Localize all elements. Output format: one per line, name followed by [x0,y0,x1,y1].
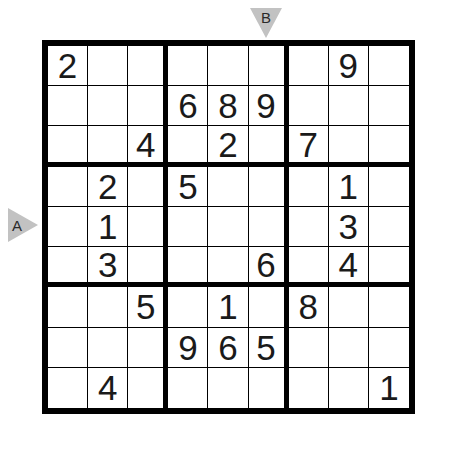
cell-r2c6-given[interactable]: 9 [249,86,289,126]
cell-r7c6[interactable] [249,287,289,327]
cell-r3c9[interactable] [369,126,409,166]
cell-r2c8[interactable] [329,86,369,126]
cell-r4c5[interactable] [208,167,248,207]
row-marker-a: A [8,208,38,242]
cell-r7c2[interactable] [88,287,128,327]
cell-r4c6[interactable] [249,167,289,207]
cell-r2c1[interactable] [48,86,88,126]
cell-r1c1-given[interactable]: 2 [48,46,88,86]
cell-r5c9[interactable] [369,207,409,247]
cell-r6c7[interactable] [289,247,329,287]
cell-r8c4-given[interactable]: 9 [168,328,208,368]
cell-r3c5-given[interactable]: 2 [208,126,248,166]
cell-r9c8[interactable] [329,368,369,408]
cell-r7c1[interactable] [48,287,88,327]
column-marker-b: B [250,8,282,38]
cell-r6c5[interactable] [208,247,248,287]
sudoku-puzzle-page: B A 296894272511336451896541 [0,0,458,452]
cell-r8c7[interactable] [289,328,329,368]
cell-r3c2[interactable] [88,126,128,166]
cell-r2c5-given[interactable]: 8 [208,86,248,126]
cell-r8c5-given[interactable]: 6 [208,328,248,368]
cell-r1c3[interactable] [128,46,168,86]
cell-r8c9[interactable] [369,328,409,368]
cell-r2c2[interactable] [88,86,128,126]
cell-r4c4-given[interactable]: 5 [168,167,208,207]
cell-r4c7[interactable] [289,167,329,207]
cell-r8c1[interactable] [48,328,88,368]
cell-r9c5[interactable] [208,368,248,408]
cell-r7c5-given[interactable]: 1 [208,287,248,327]
cell-r8c8[interactable] [329,328,369,368]
cell-r6c8-given[interactable]: 4 [329,247,369,287]
cell-r6c4[interactable] [168,247,208,287]
cell-r2c4-given[interactable]: 6 [168,86,208,126]
cell-r9c9-given[interactable]: 1 [369,368,409,408]
cell-r5c4[interactable] [168,207,208,247]
cell-r7c8[interactable] [329,287,369,327]
cell-r7c4[interactable] [168,287,208,327]
cell-r8c6-given[interactable]: 5 [249,328,289,368]
cell-r1c9[interactable] [369,46,409,86]
cell-r3c1[interactable] [48,126,88,166]
cell-r5c3[interactable] [128,207,168,247]
cell-r4c8-given[interactable]: 1 [329,167,369,207]
cell-r3c8[interactable] [329,126,369,166]
cell-r8c2[interactable] [88,328,128,368]
cell-r1c6[interactable] [249,46,289,86]
cell-r1c4[interactable] [168,46,208,86]
cell-r9c4[interactable] [168,368,208,408]
cell-r6c9[interactable] [369,247,409,287]
cell-r7c7-given[interactable]: 8 [289,287,329,327]
cell-r2c7[interactable] [289,86,329,126]
cell-r1c5[interactable] [208,46,248,86]
cell-r4c9[interactable] [369,167,409,207]
marker-a-label: A [12,218,22,233]
cell-r2c3[interactable] [128,86,168,126]
cell-r4c2-given[interactable]: 2 [88,167,128,207]
sudoku-board: 296894272511336451896541 [42,40,415,414]
cell-r9c3[interactable] [128,368,168,408]
cell-r3c3-given[interactable]: 4 [128,126,168,166]
cell-r1c8-given[interactable]: 9 [329,46,369,86]
cell-r3c7-given[interactable]: 7 [289,126,329,166]
cell-r9c6[interactable] [249,368,289,408]
cell-r6c2-given[interactable]: 3 [88,247,128,287]
marker-b-label: B [261,10,271,25]
cell-r7c9[interactable] [369,287,409,327]
arrow-down-icon: B [250,8,282,38]
cell-r9c1[interactable] [48,368,88,408]
cell-r1c7[interactable] [289,46,329,86]
cell-r5c6[interactable] [249,207,289,247]
cell-r3c6[interactable] [249,126,289,166]
cell-r5c2-given[interactable]: 1 [88,207,128,247]
cell-r2c9[interactable] [369,86,409,126]
cell-r6c6-given[interactable]: 6 [249,247,289,287]
cell-r6c3[interactable] [128,247,168,287]
arrow-right-icon: A [8,208,38,242]
cell-r5c1[interactable] [48,207,88,247]
cell-r4c3[interactable] [128,167,168,207]
cell-r8c3[interactable] [128,328,168,368]
cell-r4c1[interactable] [48,167,88,207]
cell-r1c2[interactable] [88,46,128,86]
cell-r6c1[interactable] [48,247,88,287]
cell-r9c7[interactable] [289,368,329,408]
cell-r3c4[interactable] [168,126,208,166]
cell-r5c8-given[interactable]: 3 [329,207,369,247]
cell-r9c2-given[interactable]: 4 [88,368,128,408]
cell-r5c7[interactable] [289,207,329,247]
cell-r5c5[interactable] [208,207,248,247]
cell-r7c3-given[interactable]: 5 [128,287,168,327]
